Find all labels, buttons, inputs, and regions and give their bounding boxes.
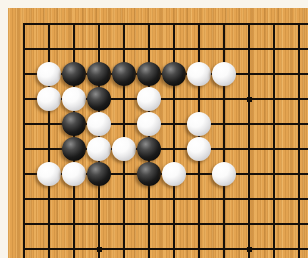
grid-horizontal-line xyxy=(23,248,308,250)
white-stone[interactable] xyxy=(187,112,211,136)
white-stone[interactable] xyxy=(112,137,136,161)
white-stone[interactable] xyxy=(87,137,111,161)
grid-horizontal-line xyxy=(23,198,308,200)
grid-horizontal-line xyxy=(23,223,308,225)
black-stone[interactable] xyxy=(87,62,111,86)
white-stone[interactable] xyxy=(162,162,186,186)
star-point xyxy=(97,247,102,252)
white-stone[interactable] xyxy=(137,87,161,111)
black-stone[interactable] xyxy=(137,137,161,161)
white-stone[interactable] xyxy=(212,162,236,186)
white-stone[interactable] xyxy=(187,62,211,86)
white-stone[interactable] xyxy=(212,62,236,86)
black-stone[interactable] xyxy=(162,62,186,86)
black-stone[interactable] xyxy=(87,87,111,111)
white-stone[interactable] xyxy=(187,137,211,161)
black-stone[interactable] xyxy=(137,62,161,86)
white-stone[interactable] xyxy=(37,87,61,111)
white-stone[interactable] xyxy=(37,62,61,86)
black-stone[interactable] xyxy=(62,62,86,86)
black-stone[interactable] xyxy=(112,62,136,86)
black-stone[interactable] xyxy=(87,162,111,186)
black-stone[interactable] xyxy=(137,162,161,186)
star-point xyxy=(247,97,252,102)
black-stone[interactable] xyxy=(62,112,86,136)
grid-horizontal-line xyxy=(23,23,308,25)
grid-horizontal-line xyxy=(23,48,308,50)
white-stone[interactable] xyxy=(62,87,86,111)
star-point xyxy=(247,247,252,252)
white-stone[interactable] xyxy=(137,112,161,136)
white-stone[interactable] xyxy=(37,162,61,186)
white-stone[interactable] xyxy=(87,112,111,136)
white-stone[interactable] xyxy=(62,162,86,186)
black-stone[interactable] xyxy=(62,137,86,161)
go-app-screenshot xyxy=(0,0,308,258)
goban[interactable] xyxy=(8,8,308,258)
